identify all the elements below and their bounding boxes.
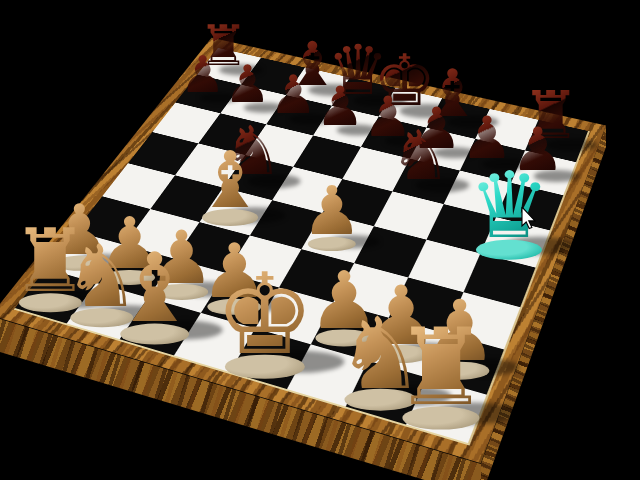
knight-icon: ♞	[390, 124, 451, 187]
piece-white-king-e1[interactable]: ♚	[215, 263, 315, 379]
piece-black-pawn-d7[interactable]: ♟	[316, 81, 365, 137]
piece-black-pawn-b7[interactable]: ♟	[224, 61, 270, 115]
rook-icon: ♜	[393, 319, 488, 417]
pawn-icon: ♟	[316, 81, 365, 131]
pawn-icon: ♟	[224, 61, 270, 109]
piece-white-pawn-e4[interactable]: ♟	[302, 181, 362, 251]
piece-white-bishop-c1[interactable]: ♝	[112, 245, 198, 344]
piece-black-knight-f6[interactable]: ♞	[390, 124, 451, 195]
piece-white-queen-h5-selected[interactable]: ♛	[468, 164, 550, 259]
queen-icon: ♛	[468, 164, 550, 248]
chess-app-window: ♜♝♟♛♟♚♟♝♟♟♜♟♟♟♞♞♝♟♛♟♟♟♜♟♞♝♟♟♚♟♞♜	[0, 0, 640, 480]
bishop-icon: ♝	[112, 245, 198, 333]
piece-base-disc	[184, 94, 220, 105]
piece-white-rook-h1[interactable]: ♜	[393, 319, 488, 429]
bishop-icon: ♝	[195, 145, 265, 217]
mouse-arrow-cursor-icon	[521, 207, 536, 234]
king-icon: ♚	[215, 263, 315, 366]
piece-base-disc	[308, 237, 356, 252]
pawn-icon: ♟	[302, 181, 362, 243]
pawn-icon: ♟	[180, 52, 225, 99]
piece-black-pawn-a7[interactable]: ♟	[180, 52, 225, 105]
